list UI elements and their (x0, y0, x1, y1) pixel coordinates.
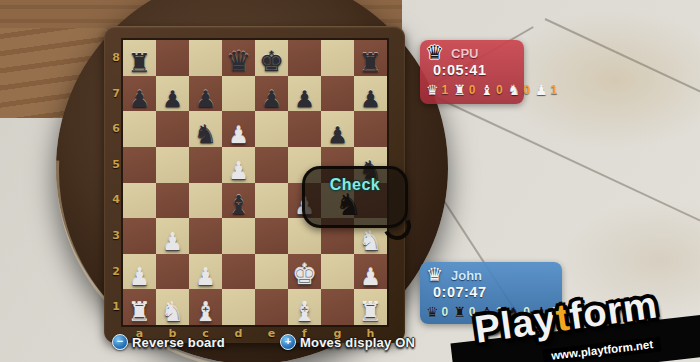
cpu-captured-rook-icon: ♜ (453, 83, 466, 97)
square-a1[interactable]: ♜ (123, 289, 156, 325)
cpu-captured-pawn-count: 1 (551, 83, 558, 97)
square-f1[interactable]: ♝ (288, 289, 321, 325)
square-c6[interactable]: ♞ (189, 111, 222, 147)
square-c4[interactable] (189, 183, 222, 219)
cpu-captured-rook-count: 0 (469, 83, 476, 97)
piece-black-king-e8[interactable]: ♚ (255, 48, 288, 76)
square-e6[interactable] (255, 111, 288, 147)
cpu-captured-queen-count: 1 (442, 83, 449, 97)
square-g6[interactable]: ♟ (321, 111, 354, 147)
check-label: Check (305, 176, 405, 194)
square-c1[interactable]: ♝ (189, 289, 222, 325)
square-f2[interactable]: ♚ (288, 254, 321, 290)
piece-black-pawn-e7[interactable]: ♟ (255, 88, 288, 111)
minus-button-icon[interactable]: − (112, 334, 128, 350)
black-side-crown-icon: ♛ (426, 43, 443, 62)
piece-white-bishop-f1[interactable]: ♝ (288, 299, 321, 325)
rank-label-2: 2 (107, 254, 120, 290)
square-c8[interactable] (189, 40, 222, 76)
moves-display-toggle[interactable]: Moves display ON (300, 335, 415, 350)
square-h1[interactable]: ♜ (354, 289, 387, 325)
square-e1[interactable] (255, 289, 288, 325)
john-player-name: John (451, 268, 482, 283)
square-f8[interactable] (288, 40, 321, 76)
piece-white-rook-a1[interactable]: ♜ (123, 299, 156, 325)
black-knight-silhouette-icon: ♞ (335, 190, 362, 220)
square-d5[interactable]: ♟ (222, 147, 255, 183)
john-captured-rook-icon: ♜ (453, 305, 466, 319)
piece-black-rook-h8[interactable]: ♜ (354, 50, 387, 76)
piece-white-knight-b1[interactable]: ♞ (156, 299, 189, 325)
square-a6[interactable] (123, 111, 156, 147)
square-d6[interactable]: ♟ (222, 111, 255, 147)
square-b7[interactable]: ♟ (156, 76, 189, 112)
rank-label-4: 4 (107, 182, 120, 218)
piece-white-pawn-b3[interactable]: ♟ (156, 231, 189, 254)
piece-black-pawn-b7[interactable]: ♟ (156, 88, 189, 111)
rank-label-1: 1 (107, 289, 120, 325)
piece-white-pawn-d5[interactable]: ♟ (222, 160, 255, 183)
square-e7[interactable]: ♟ (255, 76, 288, 112)
square-f6[interactable] (288, 111, 321, 147)
square-d3[interactable] (222, 218, 255, 254)
piece-black-pawn-c7[interactable]: ♟ (189, 88, 222, 111)
piece-white-pawn-a2[interactable]: ♟ (123, 266, 156, 289)
square-h8[interactable]: ♜ (354, 40, 387, 76)
cpu-player-name: CPU (451, 46, 478, 61)
square-g1[interactable] (321, 289, 354, 325)
rank-labels: 87654321 (107, 40, 120, 325)
cpu-captured-knight-count: 0 (523, 83, 530, 97)
square-d7[interactable] (222, 76, 255, 112)
cpu-captured-tray: ♛1♜0♝0♞0♟1 (426, 83, 560, 97)
square-d1[interactable] (222, 289, 255, 325)
square-e3[interactable] (255, 218, 288, 254)
piece-white-pawn-c2[interactable]: ♟ (189, 266, 222, 289)
square-b6[interactable] (156, 111, 189, 147)
square-g7[interactable] (321, 76, 354, 112)
cpu-captured-queen-icon: ♛ (426, 83, 439, 97)
piece-white-pawn-h2[interactable]: ♟ (354, 266, 387, 289)
piece-black-queen-d8[interactable]: ♛ (222, 48, 255, 76)
square-b4[interactable] (156, 183, 189, 219)
john-clock: 0:07:47 (433, 284, 486, 300)
square-b2[interactable] (156, 254, 189, 290)
rank-label-6: 6 (107, 111, 120, 147)
reverse-board-button[interactable]: Reverse board (132, 335, 225, 350)
piece-black-pawn-f7[interactable]: ♟ (288, 88, 321, 111)
square-d4[interactable]: ♝ (222, 183, 255, 219)
square-a7[interactable]: ♟ (123, 76, 156, 112)
square-h2[interactable]: ♟ (354, 254, 387, 290)
cpu-captured-bishop-count: 0 (496, 83, 503, 97)
square-c5[interactable] (189, 147, 222, 183)
piece-black-pawn-g6[interactable]: ♟ (321, 124, 354, 147)
square-c3[interactable] (189, 218, 222, 254)
square-e5[interactable] (255, 147, 288, 183)
cpu-player-panel: ♛ CPU 0:05:41 ♛1♜0♝0♞0♟1 (420, 40, 524, 104)
square-a2[interactable]: ♟ (123, 254, 156, 290)
cpu-captured-knight-icon: ♞ (508, 83, 521, 97)
rank-label-5: 5 (107, 147, 120, 183)
piece-black-knight-c6[interactable]: ♞ (189, 121, 222, 147)
cpu-clock: 0:05:41 (433, 62, 486, 78)
square-b3[interactable]: ♟ (156, 218, 189, 254)
square-g8[interactable] (321, 40, 354, 76)
piece-white-bishop-c1[interactable]: ♝ (189, 299, 222, 325)
square-a5[interactable] (123, 147, 156, 183)
square-b5[interactable] (156, 147, 189, 183)
square-h6[interactable] (354, 111, 387, 147)
piece-white-king-f2[interactable]: ♚ (288, 261, 321, 289)
square-e4[interactable] (255, 183, 288, 219)
square-d8[interactable]: ♛ (222, 40, 255, 76)
john-captured-queen-count: 0 (442, 305, 449, 319)
rank-label-7: 7 (107, 76, 120, 112)
square-a4[interactable] (123, 183, 156, 219)
square-d2[interactable] (222, 254, 255, 290)
square-a8[interactable]: ♜ (123, 40, 156, 76)
square-f7[interactable]: ♟ (288, 76, 321, 112)
square-b1[interactable]: ♞ (156, 289, 189, 325)
square-h7[interactable]: ♟ (354, 76, 387, 112)
game-screen: 87654321 ♜♛♚♜♟♟♟♟♟♟♞♟♟♟♞♝♟♟♞♟♟♚♟♜♞♝♝♜ ab… (0, 0, 700, 362)
piece-black-pawn-h7[interactable]: ♟ (354, 88, 387, 111)
cpu-captured-bishop-icon: ♝ (481, 83, 494, 97)
piece-white-rook-h1[interactable]: ♜ (354, 299, 387, 325)
piece-white-pawn-d6[interactable]: ♟ (222, 124, 255, 147)
plus-button-icon[interactable]: + (280, 334, 296, 350)
cpu-captured-pawn-icon: ♟ (535, 83, 548, 97)
square-e2[interactable] (255, 254, 288, 290)
square-e8[interactable]: ♚ (255, 40, 288, 76)
rank-label-3: 3 (107, 218, 120, 254)
piece-black-bishop-d4[interactable]: ♝ (222, 192, 255, 218)
square-c7[interactable]: ♟ (189, 76, 222, 112)
bottom-control-bar: − Reverse board + Moves display ON (0, 334, 480, 356)
square-b8[interactable] (156, 40, 189, 76)
piece-black-pawn-a7[interactable]: ♟ (123, 88, 156, 111)
piece-black-rook-a8[interactable]: ♜ (123, 50, 156, 76)
john-captured-queen-icon: ♛ (426, 305, 439, 319)
square-g2[interactable] (321, 254, 354, 290)
piece-white-knight-h3[interactable]: ♞ (354, 228, 387, 254)
rank-label-8: 8 (107, 40, 120, 76)
square-c2[interactable]: ♟ (189, 254, 222, 290)
white-side-crown-icon: ♛ (426, 265, 443, 284)
square-a3[interactable] (123, 218, 156, 254)
check-bubble: ♞ Check (302, 166, 408, 228)
